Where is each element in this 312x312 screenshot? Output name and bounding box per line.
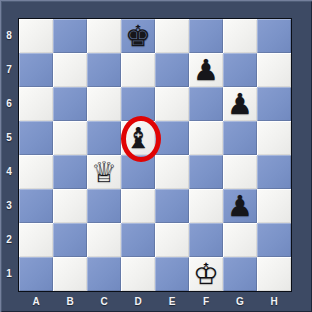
square-b7[interactable] [53,53,87,87]
square-h7[interactable] [257,53,291,87]
square-h4[interactable] [257,155,291,189]
black-pawn[interactable]: ♟ [193,53,219,87]
square-h6[interactable] [257,87,291,121]
square-f6[interactable] [189,87,223,121]
rank-label-7: 7 [0,53,18,87]
square-e5[interactable] [155,121,189,155]
square-a2[interactable] [19,223,53,257]
square-e8[interactable] [155,19,189,53]
rank-label-1: 1 [0,257,18,291]
square-e6[interactable] [155,87,189,121]
square-c2[interactable] [87,223,121,257]
square-e1[interactable] [155,257,189,291]
square-c7[interactable] [87,53,121,87]
square-c5[interactable] [87,121,121,155]
square-h8[interactable] [257,19,291,53]
square-g6[interactable]: ♟ [223,87,257,121]
square-b5[interactable] [53,121,87,155]
square-g4[interactable] [223,155,257,189]
square-d6[interactable] [121,87,155,121]
rank-label-2: 2 [0,223,18,257]
square-d8[interactable]: ♚ [121,19,155,53]
square-f8[interactable] [189,19,223,53]
square-h1[interactable] [257,257,291,291]
file-label-g: G [223,292,257,312]
black-pawn[interactable]: ♟ [227,189,253,223]
file-label-f: F [189,292,223,312]
square-g3[interactable]: ♟ [223,189,257,223]
rank-label-3: 3 [0,189,18,223]
white-queen[interactable]: ♕ [91,155,117,189]
square-g5[interactable] [223,121,257,155]
square-h3[interactable] [257,189,291,223]
file-label-b: B [53,292,87,312]
square-g1[interactable] [223,257,257,291]
rank-label-4: 4 [0,155,18,189]
file-label-h: H [257,292,291,312]
square-e4[interactable] [155,155,189,189]
rank-label-5: 5 [0,121,18,155]
square-a5[interactable] [19,121,53,155]
square-c1[interactable] [87,257,121,291]
file-label-c: C [87,292,121,312]
square-e7[interactable] [155,53,189,87]
square-a6[interactable] [19,87,53,121]
square-f4[interactable] [189,155,223,189]
square-f5[interactable] [189,121,223,155]
black-bishop[interactable]: ♝ [125,121,151,155]
square-h5[interactable] [257,121,291,155]
file-label-e: E [155,292,189,312]
black-pawn[interactable]: ♟ [227,87,253,121]
file-label-d: D [121,292,155,312]
square-d4[interactable] [121,155,155,189]
square-a7[interactable] [19,53,53,87]
square-c4[interactable]: ♕ [87,155,121,189]
square-f2[interactable] [189,223,223,257]
square-d3[interactable] [121,189,155,223]
square-a3[interactable] [19,189,53,223]
square-d1[interactable] [121,257,155,291]
square-e2[interactable] [155,223,189,257]
square-b1[interactable] [53,257,87,291]
square-e3[interactable] [155,189,189,223]
square-g7[interactable] [223,53,257,87]
square-f7[interactable]: ♟ [189,53,223,87]
square-b6[interactable] [53,87,87,121]
square-d7[interactable] [121,53,155,87]
chess-diagram: ♚♟♟♝♕♟♔ 87654321 ABCDEFGH [0,0,312,312]
file-label-a: A [19,292,53,312]
square-c6[interactable] [87,87,121,121]
rank-label-6: 6 [0,87,18,121]
square-f1[interactable]: ♔ [189,257,223,291]
square-h2[interactable] [257,223,291,257]
square-a8[interactable] [19,19,53,53]
square-c8[interactable] [87,19,121,53]
square-b4[interactable] [53,155,87,189]
square-c3[interactable] [87,189,121,223]
square-a1[interactable] [19,257,53,291]
board: ♚♟♟♝♕♟♔ [18,18,292,292]
white-king[interactable]: ♔ [193,257,219,291]
square-a4[interactable] [19,155,53,189]
square-b3[interactable] [53,189,87,223]
square-f3[interactable] [189,189,223,223]
rank-label-8: 8 [0,19,18,53]
square-b8[interactable] [53,19,87,53]
square-g8[interactable] [223,19,257,53]
black-king[interactable]: ♚ [125,19,151,53]
square-g2[interactable] [223,223,257,257]
square-b2[interactable] [53,223,87,257]
square-d5[interactable]: ♝ [121,121,155,155]
square-d2[interactable] [121,223,155,257]
